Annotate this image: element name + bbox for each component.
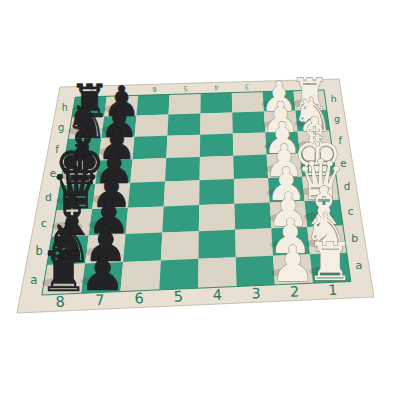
square-e4[interactable] (200, 156, 234, 181)
label-bottom-6: 6 (134, 290, 144, 306)
chess-set-product-photo: 8765432187654321abcdefghabcdefgh♜♟♟♜♞♟♟♞… (0, 0, 400, 400)
label-top-6: 6 (152, 85, 157, 93)
square-h4[interactable] (201, 93, 233, 114)
label-bottom-5: 5 (173, 288, 183, 304)
square-b4[interactable] (199, 230, 236, 259)
white-rook-a1[interactable]: ♜ (306, 231, 354, 292)
square-g5[interactable] (167, 114, 200, 136)
label-bottom-4: 4 (212, 287, 222, 303)
square-f5[interactable] (166, 135, 200, 158)
label-top-3: 3 (245, 82, 250, 90)
label-bottom-3: 3 (251, 285, 261, 301)
label-top-4: 4 (214, 83, 219, 91)
square-e5[interactable] (165, 157, 200, 182)
square-h5[interactable] (169, 94, 201, 115)
chess-board: 8765432187654321abcdefghabcdefgh♜♟♟♜♞♟♟♞… (0, 0, 400, 400)
square-a4[interactable] (198, 257, 237, 288)
square-d5[interactable] (164, 180, 200, 206)
square-b5[interactable] (161, 231, 199, 260)
square-h3[interactable] (232, 92, 264, 113)
square-c5[interactable] (162, 205, 199, 233)
square-a5[interactable] (159, 259, 198, 290)
square-g4[interactable] (200, 113, 233, 135)
black-pawn-a7[interactable]: ♟ (80, 243, 126, 302)
label-top-5: 5 (183, 84, 188, 92)
square-h6[interactable] (137, 94, 170, 115)
label-left-a: a (30, 273, 37, 287)
square-f4[interactable] (200, 134, 233, 157)
square-c4[interactable] (199, 204, 235, 232)
square-d4[interactable] (199, 179, 234, 205)
label-right-a: a (355, 259, 362, 272)
